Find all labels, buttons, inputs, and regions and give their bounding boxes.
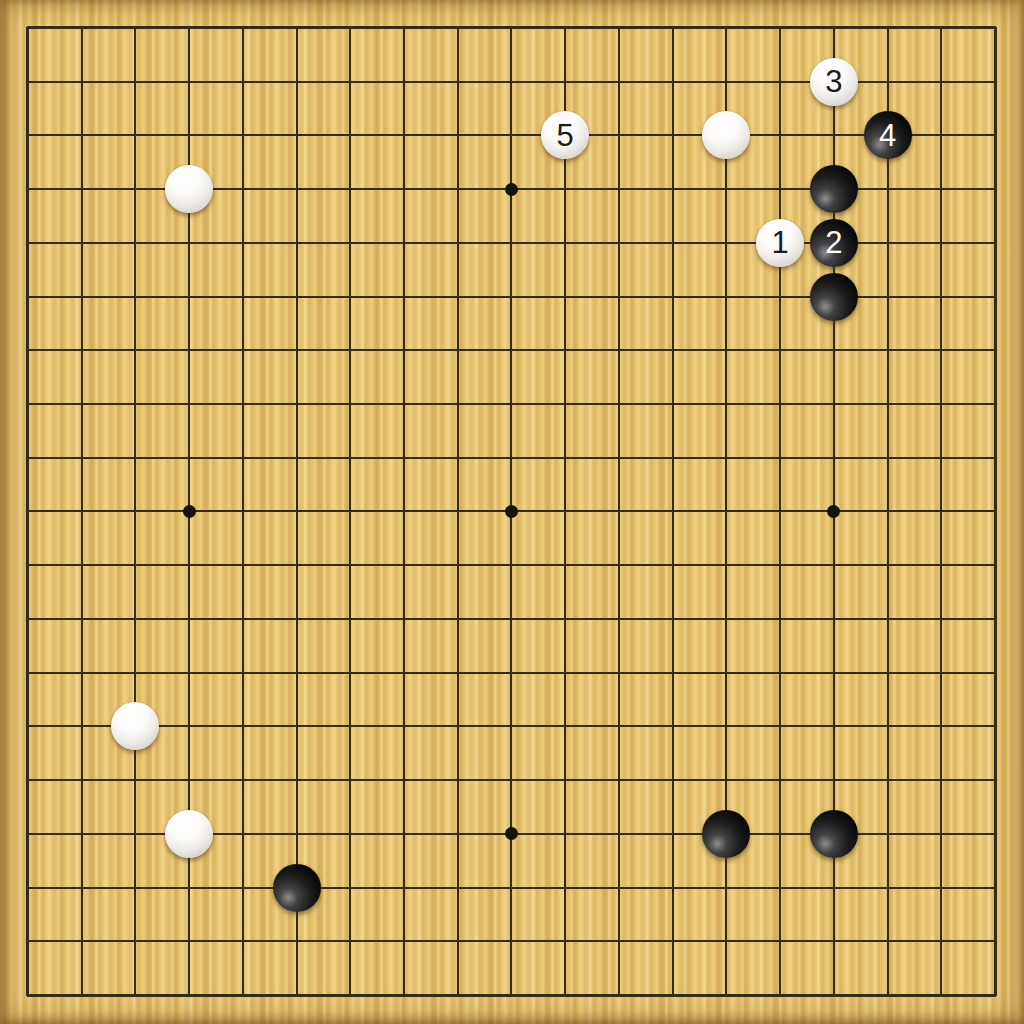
intersection-G6[interactable] — [323, 700, 377, 754]
intersection-P17[interactable] — [753, 108, 807, 162]
intersection-J17[interactable] — [431, 108, 485, 162]
intersection-M16[interactable] — [592, 162, 646, 216]
intersection-E1[interactable] — [216, 968, 270, 1022]
intersection-T19[interactable] — [968, 1, 1022, 55]
intersection-S13[interactable] — [915, 323, 969, 377]
intersection-C16[interactable] — [108, 162, 162, 216]
intersection-S19[interactable] — [915, 1, 969, 55]
intersection-F9[interactable] — [270, 538, 324, 592]
intersection-J16[interactable] — [431, 162, 485, 216]
intersection-Q15[interactable]: 2 — [807, 216, 861, 270]
intersection-L10[interactable] — [538, 485, 592, 539]
intersection-A2[interactable] — [1, 915, 55, 969]
intersection-K14[interactable] — [485, 270, 539, 324]
intersection-C15[interactable] — [108, 216, 162, 270]
intersection-E19[interactable] — [216, 1, 270, 55]
intersection-B16[interactable] — [55, 162, 109, 216]
intersection-T14[interactable] — [968, 270, 1022, 324]
intersection-B6[interactable] — [55, 700, 109, 754]
intersection-T8[interactable] — [968, 592, 1022, 646]
intersection-G16[interactable] — [323, 162, 377, 216]
intersection-Q1[interactable] — [807, 968, 861, 1022]
intersection-T7[interactable] — [968, 646, 1022, 700]
intersection-L14[interactable] — [538, 270, 592, 324]
intersection-L11[interactable] — [538, 431, 592, 485]
intersection-D13[interactable] — [162, 323, 216, 377]
intersection-P4[interactable] — [753, 807, 807, 861]
intersection-O11[interactable] — [700, 431, 754, 485]
stone-black-O4[interactable] — [702, 810, 750, 858]
intersection-S6[interactable] — [915, 700, 969, 754]
intersection-B7[interactable] — [55, 646, 109, 700]
intersection-P1[interactable] — [753, 968, 807, 1022]
intersection-C6[interactable] — [108, 700, 162, 754]
intersection-L16[interactable] — [538, 162, 592, 216]
intersection-F2[interactable] — [270, 915, 324, 969]
intersection-C2[interactable] — [108, 915, 162, 969]
intersection-C12[interactable] — [108, 377, 162, 431]
intersection-T16[interactable] — [968, 162, 1022, 216]
intersection-Q19[interactable] — [807, 1, 861, 55]
intersection-H7[interactable] — [377, 646, 431, 700]
intersection-P3[interactable] — [753, 861, 807, 915]
intersection-F12[interactable] — [270, 377, 324, 431]
intersection-P11[interactable] — [753, 431, 807, 485]
intersection-N17[interactable] — [646, 108, 700, 162]
intersection-L12[interactable] — [538, 377, 592, 431]
intersection-D11[interactable] — [162, 431, 216, 485]
intersection-N8[interactable] — [646, 592, 700, 646]
intersection-L7[interactable] — [538, 646, 592, 700]
intersection-S9[interactable] — [915, 538, 969, 592]
intersection-B2[interactable] — [55, 915, 109, 969]
intersection-H3[interactable] — [377, 861, 431, 915]
intersection-B1[interactable] — [55, 968, 109, 1022]
intersection-G17[interactable] — [323, 108, 377, 162]
intersection-O7[interactable] — [700, 646, 754, 700]
intersection-E3[interactable] — [216, 861, 270, 915]
intersection-K18[interactable] — [485, 55, 539, 109]
intersection-O12[interactable] — [700, 377, 754, 431]
intersection-R12[interactable] — [861, 377, 915, 431]
intersection-Q13[interactable] — [807, 323, 861, 377]
intersection-L19[interactable] — [538, 1, 592, 55]
intersection-Q4[interactable] — [807, 807, 861, 861]
intersection-A10[interactable] — [1, 485, 55, 539]
intersection-L17[interactable]: 5 — [538, 108, 592, 162]
intersection-H16[interactable] — [377, 162, 431, 216]
intersection-H18[interactable] — [377, 55, 431, 109]
intersection-O10[interactable] — [700, 485, 754, 539]
intersection-P19[interactable] — [753, 1, 807, 55]
intersection-R13[interactable] — [861, 323, 915, 377]
intersection-N15[interactable] — [646, 216, 700, 270]
intersection-G19[interactable] — [323, 1, 377, 55]
intersection-O8[interactable] — [700, 592, 754, 646]
intersection-P8[interactable] — [753, 592, 807, 646]
intersection-B15[interactable] — [55, 216, 109, 270]
intersection-G10[interactable] — [323, 485, 377, 539]
intersection-R14[interactable] — [861, 270, 915, 324]
intersection-C9[interactable] — [108, 538, 162, 592]
intersection-T6[interactable] — [968, 700, 1022, 754]
intersection-H17[interactable] — [377, 108, 431, 162]
intersection-N12[interactable] — [646, 377, 700, 431]
intersection-Q17[interactable] — [807, 108, 861, 162]
intersection-A5[interactable] — [1, 753, 55, 807]
intersection-J4[interactable] — [431, 807, 485, 861]
intersection-C14[interactable] — [108, 270, 162, 324]
intersection-J18[interactable] — [431, 55, 485, 109]
intersection-H2[interactable] — [377, 915, 431, 969]
intersection-H19[interactable] — [377, 1, 431, 55]
intersection-B12[interactable] — [55, 377, 109, 431]
intersection-D15[interactable] — [162, 216, 216, 270]
intersection-T12[interactable] — [968, 377, 1022, 431]
intersection-D12[interactable] — [162, 377, 216, 431]
intersection-A6[interactable] — [1, 700, 55, 754]
intersection-C17[interactable] — [108, 108, 162, 162]
intersection-H12[interactable] — [377, 377, 431, 431]
intersection-P10[interactable] — [753, 485, 807, 539]
intersection-J10[interactable] — [431, 485, 485, 539]
intersection-N19[interactable] — [646, 1, 700, 55]
intersection-L9[interactable] — [538, 538, 592, 592]
intersection-C10[interactable] — [108, 485, 162, 539]
intersection-O3[interactable] — [700, 861, 754, 915]
intersection-E16[interactable] — [216, 162, 270, 216]
intersection-E18[interactable] — [216, 55, 270, 109]
intersection-K4[interactable] — [485, 807, 539, 861]
intersection-L6[interactable] — [538, 700, 592, 754]
intersection-P12[interactable] — [753, 377, 807, 431]
intersection-S4[interactable] — [915, 807, 969, 861]
intersection-D2[interactable] — [162, 915, 216, 969]
intersection-D7[interactable] — [162, 646, 216, 700]
intersection-O6[interactable] — [700, 700, 754, 754]
intersection-C7[interactable] — [108, 646, 162, 700]
intersection-O4[interactable] — [700, 807, 754, 861]
intersection-L3[interactable] — [538, 861, 592, 915]
stone-black-Q16[interactable] — [810, 165, 858, 213]
intersection-B9[interactable] — [55, 538, 109, 592]
intersection-O19[interactable] — [700, 1, 754, 55]
intersection-F8[interactable] — [270, 592, 324, 646]
intersection-L13[interactable] — [538, 323, 592, 377]
intersection-A3[interactable] — [1, 861, 55, 915]
intersection-K11[interactable] — [485, 431, 539, 485]
intersection-A17[interactable] — [1, 108, 55, 162]
intersection-J13[interactable] — [431, 323, 485, 377]
intersection-J12[interactable] — [431, 377, 485, 431]
intersection-M4[interactable] — [592, 807, 646, 861]
intersection-K17[interactable] — [485, 108, 539, 162]
intersection-Q12[interactable] — [807, 377, 861, 431]
intersection-A15[interactable] — [1, 216, 55, 270]
stone-white-O17[interactable] — [702, 111, 750, 159]
intersection-B13[interactable] — [55, 323, 109, 377]
intersection-M14[interactable] — [592, 270, 646, 324]
intersection-F4[interactable] — [270, 807, 324, 861]
intersection-F18[interactable] — [270, 55, 324, 109]
intersection-R8[interactable] — [861, 592, 915, 646]
intersection-L15[interactable] — [538, 216, 592, 270]
intersection-G18[interactable] — [323, 55, 377, 109]
stone-black-Q14[interactable] — [810, 273, 858, 321]
intersection-C4[interactable] — [108, 807, 162, 861]
intersection-T13[interactable] — [968, 323, 1022, 377]
intersection-E6[interactable] — [216, 700, 270, 754]
intersection-N6[interactable] — [646, 700, 700, 754]
intersection-E17[interactable] — [216, 108, 270, 162]
intersection-D10[interactable] — [162, 485, 216, 539]
intersection-N2[interactable] — [646, 915, 700, 969]
stone-black-R17[interactable]: 4 — [864, 111, 912, 159]
intersection-E12[interactable] — [216, 377, 270, 431]
intersection-K10[interactable] — [485, 485, 539, 539]
intersection-B14[interactable] — [55, 270, 109, 324]
intersection-B11[interactable] — [55, 431, 109, 485]
intersection-H13[interactable] — [377, 323, 431, 377]
intersection-K5[interactable] — [485, 753, 539, 807]
intersection-M1[interactable] — [592, 968, 646, 1022]
intersection-T15[interactable] — [968, 216, 1022, 270]
intersection-P15[interactable]: 1 — [753, 216, 807, 270]
intersection-J9[interactable] — [431, 538, 485, 592]
intersection-P13[interactable] — [753, 323, 807, 377]
intersection-M11[interactable] — [592, 431, 646, 485]
stone-black-F3[interactable] — [273, 864, 321, 912]
intersection-G9[interactable] — [323, 538, 377, 592]
intersection-E2[interactable] — [216, 915, 270, 969]
stone-white-Q18[interactable]: 3 — [810, 58, 858, 106]
intersection-R1[interactable] — [861, 968, 915, 1022]
intersection-R18[interactable] — [861, 55, 915, 109]
intersection-E4[interactable] — [216, 807, 270, 861]
intersection-D8[interactable] — [162, 592, 216, 646]
intersection-P6[interactable] — [753, 700, 807, 754]
intersection-C3[interactable] — [108, 861, 162, 915]
intersection-M9[interactable] — [592, 538, 646, 592]
intersection-R11[interactable] — [861, 431, 915, 485]
intersection-J1[interactable] — [431, 968, 485, 1022]
intersection-G14[interactable] — [323, 270, 377, 324]
intersection-K15[interactable] — [485, 216, 539, 270]
intersection-G12[interactable] — [323, 377, 377, 431]
intersection-B5[interactable] — [55, 753, 109, 807]
intersection-D1[interactable] — [162, 968, 216, 1022]
intersection-Q2[interactable] — [807, 915, 861, 969]
intersection-P14[interactable] — [753, 270, 807, 324]
intersection-O1[interactable] — [700, 968, 754, 1022]
intersection-P5[interactable] — [753, 753, 807, 807]
intersection-Q16[interactable] — [807, 162, 861, 216]
intersection-S8[interactable] — [915, 592, 969, 646]
intersection-J2[interactable] — [431, 915, 485, 969]
intersection-N5[interactable] — [646, 753, 700, 807]
intersection-H10[interactable] — [377, 485, 431, 539]
intersection-A11[interactable] — [1, 431, 55, 485]
intersection-R6[interactable] — [861, 700, 915, 754]
intersection-M6[interactable] — [592, 700, 646, 754]
intersection-M17[interactable] — [592, 108, 646, 162]
intersection-B8[interactable] — [55, 592, 109, 646]
intersection-P7[interactable] — [753, 646, 807, 700]
intersection-O17[interactable] — [700, 108, 754, 162]
intersection-B17[interactable] — [55, 108, 109, 162]
intersection-B19[interactable] — [55, 1, 109, 55]
intersection-R19[interactable] — [861, 1, 915, 55]
intersection-J8[interactable] — [431, 592, 485, 646]
intersection-D14[interactable] — [162, 270, 216, 324]
intersection-F7[interactable] — [270, 646, 324, 700]
intersection-R2[interactable] — [861, 915, 915, 969]
intersection-C18[interactable] — [108, 55, 162, 109]
intersection-J5[interactable] — [431, 753, 485, 807]
intersection-G2[interactable] — [323, 915, 377, 969]
intersection-R4[interactable] — [861, 807, 915, 861]
intersection-N16[interactable] — [646, 162, 700, 216]
intersection-C1[interactable] — [108, 968, 162, 1022]
intersection-J14[interactable] — [431, 270, 485, 324]
intersection-K16[interactable] — [485, 162, 539, 216]
intersection-H4[interactable] — [377, 807, 431, 861]
intersection-P9[interactable] — [753, 538, 807, 592]
intersection-J11[interactable] — [431, 431, 485, 485]
intersection-E8[interactable] — [216, 592, 270, 646]
intersection-C19[interactable] — [108, 1, 162, 55]
intersection-H9[interactable] — [377, 538, 431, 592]
intersection-N7[interactable] — [646, 646, 700, 700]
intersection-C8[interactable] — [108, 592, 162, 646]
intersection-T10[interactable] — [968, 485, 1022, 539]
intersection-K3[interactable] — [485, 861, 539, 915]
intersection-H1[interactable] — [377, 968, 431, 1022]
intersection-R10[interactable] — [861, 485, 915, 539]
intersection-F15[interactable] — [270, 216, 324, 270]
intersection-M3[interactable] — [592, 861, 646, 915]
intersection-B18[interactable] — [55, 55, 109, 109]
intersection-H5[interactable] — [377, 753, 431, 807]
intersection-K12[interactable] — [485, 377, 539, 431]
intersection-T4[interactable] — [968, 807, 1022, 861]
intersection-T3[interactable] — [968, 861, 1022, 915]
intersection-S1[interactable] — [915, 968, 969, 1022]
intersection-R9[interactable] — [861, 538, 915, 592]
stone-white-C6[interactable] — [111, 702, 159, 750]
intersection-A4[interactable] — [1, 807, 55, 861]
intersection-K13[interactable] — [485, 323, 539, 377]
intersection-Q14[interactable] — [807, 270, 861, 324]
intersection-T11[interactable] — [968, 431, 1022, 485]
intersection-J19[interactable] — [431, 1, 485, 55]
intersection-F3[interactable] — [270, 861, 324, 915]
intersection-N4[interactable] — [646, 807, 700, 861]
intersection-K7[interactable] — [485, 646, 539, 700]
intersection-D6[interactable] — [162, 700, 216, 754]
stone-white-D4[interactable] — [165, 810, 213, 858]
stone-white-P15[interactable]: 1 — [756, 219, 804, 267]
intersection-E14[interactable] — [216, 270, 270, 324]
intersection-F16[interactable] — [270, 162, 324, 216]
intersection-F17[interactable] — [270, 108, 324, 162]
intersection-F13[interactable] — [270, 323, 324, 377]
intersection-O15[interactable] — [700, 216, 754, 270]
intersection-J3[interactable] — [431, 861, 485, 915]
intersection-F19[interactable] — [270, 1, 324, 55]
stone-black-Q15[interactable]: 2 — [810, 219, 858, 267]
intersection-K8[interactable] — [485, 592, 539, 646]
intersection-A13[interactable] — [1, 323, 55, 377]
intersection-D18[interactable] — [162, 55, 216, 109]
intersection-S12[interactable] — [915, 377, 969, 431]
intersection-O14[interactable] — [700, 270, 754, 324]
intersection-Q5[interactable] — [807, 753, 861, 807]
intersection-G5[interactable] — [323, 753, 377, 807]
intersection-D4[interactable] — [162, 807, 216, 861]
intersection-R17[interactable]: 4 — [861, 108, 915, 162]
intersection-G1[interactable] — [323, 968, 377, 1022]
intersection-K9[interactable] — [485, 538, 539, 592]
intersection-F5[interactable] — [270, 753, 324, 807]
intersection-B3[interactable] — [55, 861, 109, 915]
intersection-K19[interactable] — [485, 1, 539, 55]
intersection-G4[interactable] — [323, 807, 377, 861]
intersection-T9[interactable] — [968, 538, 1022, 592]
intersection-J15[interactable] — [431, 216, 485, 270]
intersection-A18[interactable] — [1, 55, 55, 109]
intersection-F11[interactable] — [270, 431, 324, 485]
intersection-A14[interactable] — [1, 270, 55, 324]
intersection-Q7[interactable] — [807, 646, 861, 700]
intersection-H14[interactable] — [377, 270, 431, 324]
intersection-A19[interactable] — [1, 1, 55, 55]
intersection-O5[interactable] — [700, 753, 754, 807]
intersection-M8[interactable] — [592, 592, 646, 646]
intersection-H8[interactable] — [377, 592, 431, 646]
intersection-A16[interactable] — [1, 162, 55, 216]
intersection-Q9[interactable] — [807, 538, 861, 592]
intersection-E15[interactable] — [216, 216, 270, 270]
intersection-P16[interactable] — [753, 162, 807, 216]
intersection-O2[interactable] — [700, 915, 754, 969]
intersection-S10[interactable] — [915, 485, 969, 539]
intersection-K2[interactable] — [485, 915, 539, 969]
stone-white-L17[interactable]: 5 — [541, 111, 589, 159]
intersection-L18[interactable] — [538, 55, 592, 109]
intersection-N13[interactable] — [646, 323, 700, 377]
intersection-G15[interactable] — [323, 216, 377, 270]
intersection-N1[interactable] — [646, 968, 700, 1022]
intersection-S7[interactable] — [915, 646, 969, 700]
intersection-P2[interactable] — [753, 915, 807, 969]
stone-white-D16[interactable] — [165, 165, 213, 213]
intersection-Q11[interactable] — [807, 431, 861, 485]
intersection-E11[interactable] — [216, 431, 270, 485]
intersection-Q10[interactable] — [807, 485, 861, 539]
intersection-P18[interactable] — [753, 55, 807, 109]
intersection-A1[interactable] — [1, 968, 55, 1022]
intersection-A8[interactable] — [1, 592, 55, 646]
intersection-R15[interactable] — [861, 216, 915, 270]
intersection-D16[interactable] — [162, 162, 216, 216]
intersection-S5[interactable] — [915, 753, 969, 807]
intersection-S3[interactable] — [915, 861, 969, 915]
intersection-M18[interactable] — [592, 55, 646, 109]
intersection-M12[interactable] — [592, 377, 646, 431]
intersection-C11[interactable] — [108, 431, 162, 485]
intersection-L8[interactable] — [538, 592, 592, 646]
